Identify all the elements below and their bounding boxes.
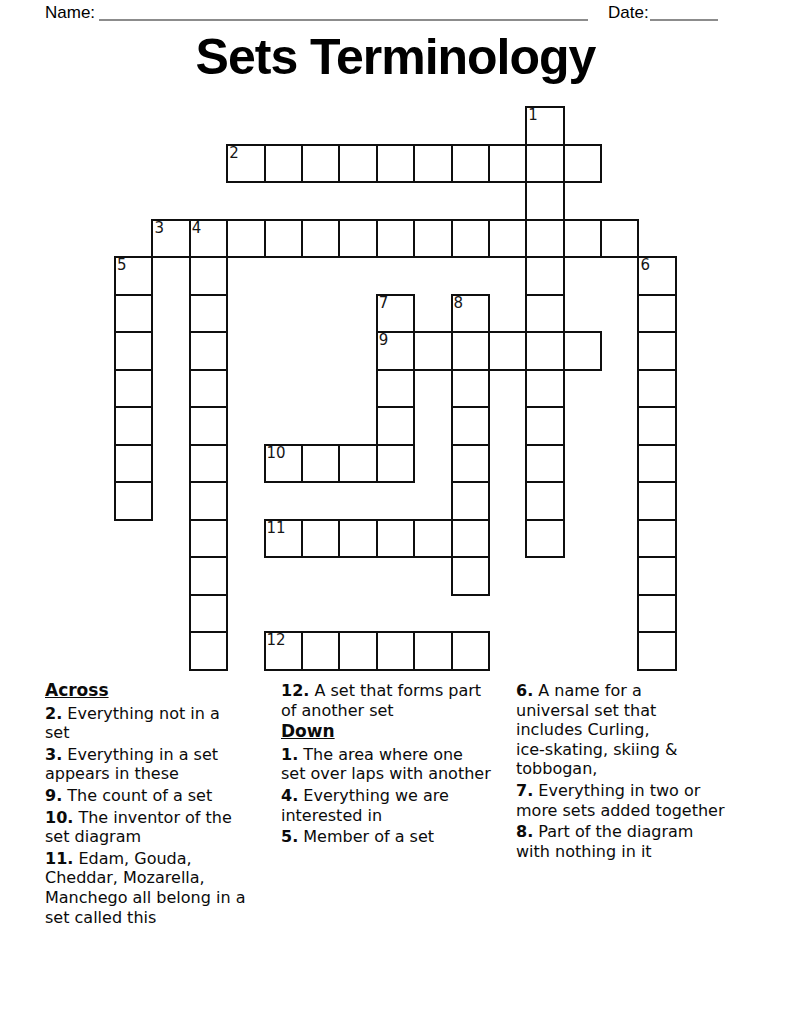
clue-number-12: 12	[267, 632, 286, 649]
clue-number-label: 2.	[45, 704, 62, 723]
clue-9: 9. The count of a set	[45, 786, 263, 806]
grid-cell-r7c11[interactable]	[526, 370, 563, 408]
clue-number-6: 6	[640, 257, 650, 274]
grid-cell-r12c9[interactable]	[452, 557, 489, 595]
grid-cell-r9c5[interactable]	[302, 445, 339, 483]
clue-11: 11. Edam, Gouda, Cheddar, Mozarella, Man…	[45, 849, 263, 927]
clue-number-label: 6.	[516, 681, 533, 700]
grid-cell-r6c12[interactable]	[564, 332, 601, 370]
grid-cell-r1c10[interactable]	[489, 145, 526, 183]
grid-cell-r10c14[interactable]	[638, 482, 675, 520]
clue-number-3: 3	[154, 220, 164, 237]
grid-cell-r5c11[interactable]	[526, 295, 563, 333]
grid-cell-r6c10[interactable]	[489, 332, 526, 370]
grid-cell-r5c0[interactable]	[115, 295, 152, 333]
clue-number-label: 12.	[281, 681, 309, 700]
grid-cell-r12c14[interactable]	[638, 557, 675, 595]
grid-cell-r5c14[interactable]	[638, 295, 675, 333]
grid-cell-r14c8[interactable]	[414, 632, 451, 670]
grid-cell-r11c14[interactable]	[638, 520, 675, 558]
clue-number-1: 1	[528, 107, 538, 124]
clue-2: 2. Everything not in a set	[45, 704, 263, 743]
grid-cell-r9c7[interactable]	[377, 445, 414, 483]
date-label: Date:	[608, 3, 649, 23]
clue-number-8: 8	[454, 295, 464, 312]
grid-cell-r1c6[interactable]	[339, 145, 376, 183]
grid-cell-r4c0[interactable]: 5	[115, 257, 152, 295]
grid-cell-r7c9[interactable]	[452, 370, 489, 408]
grid-cell-r4c11[interactable]	[526, 257, 563, 295]
grid-cell-r11c7[interactable]	[377, 520, 414, 558]
grid-cell-r11c11[interactable]	[526, 520, 563, 558]
grid-cell-r6c8[interactable]	[414, 332, 451, 370]
grid-cell-r11c6[interactable]	[339, 520, 376, 558]
grid-cell-r5c2[interactable]	[190, 295, 227, 333]
clue-6: 6. A name for a universal set that inclu…	[516, 681, 772, 779]
clue-number-10: 10	[267, 445, 286, 462]
grid-cell-r3c10[interactable]	[489, 220, 526, 258]
grid-cell-r10c9[interactable]	[452, 482, 489, 520]
grid-cell-r6c9[interactable]	[452, 332, 489, 370]
grid-cell-r11c5[interactable]	[302, 520, 339, 558]
clue-8: 8. Part of the diagram with nothing in i…	[516, 822, 772, 861]
grid-cell-r0c11[interactable]: 1	[526, 107, 563, 145]
grid-cell-r6c0[interactable]	[115, 332, 152, 370]
clue-5: 5. Member of a set	[281, 827, 523, 847]
name-fill-line[interactable]	[99, 6, 588, 21]
grid-cell-r13c14[interactable]	[638, 595, 675, 633]
grid-cell-r4c2[interactable]	[190, 257, 227, 295]
grid-cell-r6c7[interactable]: 9	[377, 332, 414, 370]
grid-cell-r11c2[interactable]	[190, 520, 227, 558]
grid-cell-r1c9[interactable]	[452, 145, 489, 183]
grid-cell-r2c11[interactable]	[526, 182, 563, 220]
grid-cell-r3c4[interactable]	[265, 220, 302, 258]
clue-3: 3. Everything in a set appears in these	[45, 745, 263, 784]
grid-cell-r3c9[interactable]	[452, 220, 489, 258]
grid-cell-r10c0[interactable]	[115, 482, 152, 520]
clue-12: 12. A set that forms part of another set	[281, 681, 523, 720]
grid-cell-r14c9[interactable]	[452, 632, 489, 670]
grid-cell-r8c14[interactable]	[638, 407, 675, 445]
grid-cell-r8c11[interactable]	[526, 407, 563, 445]
grid-cell-r9c4[interactable]: 10	[265, 445, 302, 483]
grid-cell-r7c7[interactable]	[377, 370, 414, 408]
grid-cell-r3c1[interactable]: 3	[152, 220, 189, 258]
grid-cell-r9c2[interactable]	[190, 445, 227, 483]
clue-number-label: 8.	[516, 822, 533, 841]
grid-cell-r1c4[interactable]	[265, 145, 302, 183]
clue-10: 10. The inventor of the set diagram	[45, 808, 263, 847]
grid-cell-r7c14[interactable]	[638, 370, 675, 408]
grid-cell-r14c2[interactable]	[190, 632, 227, 670]
grid-cell-r1c3[interactable]: 2	[227, 145, 264, 183]
grid-cell-r3c11[interactable]	[526, 220, 563, 258]
clue-number-label: 9.	[45, 786, 62, 805]
date-fill-line[interactable]	[650, 6, 718, 21]
clue-number-label: 10.	[45, 808, 73, 827]
clue-number-5: 5	[117, 257, 127, 274]
grid-cell-r11c8[interactable]	[414, 520, 451, 558]
clue-number-label: 5.	[281, 827, 298, 846]
grid-cell-r6c2[interactable]	[190, 332, 227, 370]
grid-cell-r10c2[interactable]	[190, 482, 227, 520]
grid-cell-r14c5[interactable]	[302, 632, 339, 670]
clue-7: 7. Everything in two or more sets added …	[516, 781, 772, 820]
clue-number-11: 11	[267, 520, 286, 537]
grid-cell-r8c0[interactable]	[115, 407, 152, 445]
grid-cell-r4c14[interactable]: 6	[638, 257, 675, 295]
page-title: Sets Terminology	[0, 28, 791, 86]
clue-number-label: 4.	[281, 786, 298, 805]
grid-cell-r6c11[interactable]	[526, 332, 563, 370]
grid-cell-r3c2[interactable]: 4	[190, 220, 227, 258]
grid-cell-r1c11[interactable]	[526, 145, 563, 183]
grid-cell-r1c12[interactable]	[564, 145, 601, 183]
grid-cell-r6c14[interactable]	[638, 332, 675, 370]
grid-cell-r3c12[interactable]	[564, 220, 601, 258]
grid-cell-r10c11[interactable]	[526, 482, 563, 520]
grid-cell-r12c2[interactable]	[190, 557, 227, 595]
grid-cell-r9c14[interactable]	[638, 445, 675, 483]
grid-cell-r3c6[interactable]	[339, 220, 376, 258]
grid-cell-r7c0[interactable]	[115, 370, 152, 408]
grid-cell-r7c2[interactable]	[190, 370, 227, 408]
grid-cell-r9c6[interactable]	[339, 445, 376, 483]
grid-cell-r1c8[interactable]	[414, 145, 451, 183]
grid-cell-r14c6[interactable]	[339, 632, 376, 670]
grid-cell-r9c0[interactable]	[115, 445, 152, 483]
grid-cell-r13c2[interactable]	[190, 595, 227, 633]
grid-cell-r14c14[interactable]	[638, 632, 675, 670]
grid-cell-r9c11[interactable]	[526, 445, 563, 483]
grid-cell-r14c7[interactable]	[377, 632, 414, 670]
clue-1: 1. The area where one set over laps with…	[281, 745, 523, 784]
grid-cell-r8c7[interactable]	[377, 407, 414, 445]
grid-cell-r11c9[interactable]	[452, 520, 489, 558]
grid-cell-r9c9[interactable]	[452, 445, 489, 483]
grid-cell-r3c13[interactable]	[601, 220, 638, 258]
grid-cell-r8c2[interactable]	[190, 407, 227, 445]
grid-cell-r3c3[interactable]	[227, 220, 264, 258]
grid-cell-r8c9[interactable]	[452, 407, 489, 445]
clues-column-1: Across2. Everything not in a set3. Every…	[45, 681, 263, 929]
grid-cell-r3c5[interactable]	[302, 220, 339, 258]
clue-number-2: 2	[229, 145, 239, 162]
grid-cell-r14c4[interactable]: 12	[265, 632, 302, 670]
grid-cell-r11c4[interactable]: 11	[265, 520, 302, 558]
grid-cell-r1c5[interactable]	[302, 145, 339, 183]
clue-number-label: 3.	[45, 745, 62, 764]
crossword-grid: 123456789101112	[115, 107, 676, 670]
grid-cell-r5c9[interactable]: 8	[452, 295, 489, 333]
grid-cell-r3c7[interactable]	[377, 220, 414, 258]
clue-number-label: 7.	[516, 781, 533, 800]
clues-heading-down: Down	[281, 722, 523, 742]
clue-number-4: 4	[192, 220, 202, 237]
clues-heading-across: Across	[45, 681, 263, 701]
clues-column-2: 12. A set that forms part of another set…	[281, 681, 523, 849]
clue-number-label: 1.	[281, 745, 298, 764]
clues-column-3: 6. A name for a universal set that inclu…	[516, 681, 772, 863]
clue-number-label: 11.	[45, 849, 73, 868]
clue-4: 4. Everything we are interested in	[281, 786, 523, 825]
grid-cell-r1c7[interactable]	[377, 145, 414, 183]
clue-number-7: 7	[379, 295, 389, 312]
clue-number-9: 9	[379, 332, 389, 349]
grid-cell-r3c8[interactable]	[414, 220, 451, 258]
name-label: Name:	[45, 3, 95, 23]
grid-cell-r5c7[interactable]: 7	[377, 295, 414, 333]
